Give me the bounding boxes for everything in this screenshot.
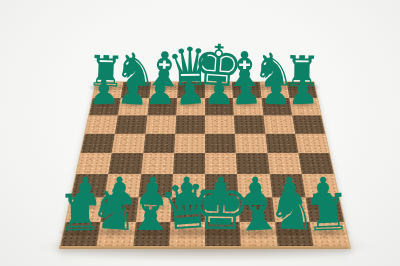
square-d1 xyxy=(169,222,205,249)
square-c4 xyxy=(141,153,174,174)
square-a7 xyxy=(89,98,121,115)
square-a3 xyxy=(71,174,108,197)
square-c7 xyxy=(147,98,177,115)
square-e1 xyxy=(205,222,241,249)
square-b6 xyxy=(115,115,147,133)
square-b3 xyxy=(105,174,141,197)
square-g2 xyxy=(272,197,309,222)
square-h8 xyxy=(287,82,318,98)
square-c6 xyxy=(145,115,176,133)
square-d6 xyxy=(175,115,205,133)
square-g6 xyxy=(263,115,295,133)
square-b4 xyxy=(108,153,142,174)
square-d7 xyxy=(176,98,205,115)
square-e2 xyxy=(205,197,240,222)
square-g7 xyxy=(261,98,292,115)
square-a2 xyxy=(66,197,105,222)
square-h2 xyxy=(305,197,344,222)
square-e7 xyxy=(205,98,234,115)
square-h1 xyxy=(309,222,350,249)
square-a5 xyxy=(81,134,115,154)
square-f7 xyxy=(233,98,263,115)
square-h5 xyxy=(295,134,329,154)
square-d5 xyxy=(174,134,205,154)
square-f2 xyxy=(238,197,274,222)
square-d8 xyxy=(177,82,205,98)
square-g3 xyxy=(269,174,305,197)
square-f4 xyxy=(236,153,269,174)
square-b8 xyxy=(121,82,151,98)
square-f1 xyxy=(240,222,278,249)
square-f3 xyxy=(237,174,272,197)
square-d2 xyxy=(170,197,205,222)
square-d4 xyxy=(173,153,205,174)
chess-photo-scene: ♜♞♝♛♚♝♞♜♟♟♟♟♟♟♟♟♟♟♟♟♟♟♟♟♜♞♝♛♚♝♞♜ xyxy=(0,0,400,266)
square-h3 xyxy=(302,174,339,197)
square-c5 xyxy=(143,134,175,154)
square-g4 xyxy=(267,153,301,174)
square-a8 xyxy=(93,82,124,98)
square-a1 xyxy=(60,222,101,249)
square-c2 xyxy=(135,197,171,222)
square-e6 xyxy=(205,115,235,133)
square-f8 xyxy=(232,82,261,98)
square-c3 xyxy=(138,174,173,197)
board-front-edge xyxy=(59,246,349,249)
square-b7 xyxy=(118,98,149,115)
square-e4 xyxy=(205,153,237,174)
square-g5 xyxy=(265,134,298,154)
square-f6 xyxy=(234,115,265,133)
square-d3 xyxy=(172,174,205,197)
square-c8 xyxy=(149,82,178,98)
square-g8 xyxy=(259,82,289,98)
square-a4 xyxy=(76,153,112,174)
square-a6 xyxy=(85,115,118,133)
square-b2 xyxy=(101,197,138,222)
square-e5 xyxy=(205,134,236,154)
square-g1 xyxy=(275,222,314,249)
chess-board xyxy=(59,81,351,249)
square-e8 xyxy=(205,82,233,98)
square-h6 xyxy=(292,115,325,133)
square-c1 xyxy=(133,222,171,249)
square-b1 xyxy=(96,222,135,249)
square-h7 xyxy=(289,98,321,115)
square-e3 xyxy=(205,174,238,197)
square-b5 xyxy=(112,134,145,154)
square-h4 xyxy=(298,153,334,174)
square-f5 xyxy=(235,134,267,154)
